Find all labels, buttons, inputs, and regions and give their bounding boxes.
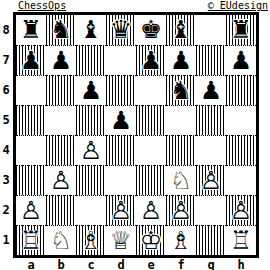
white-pawn-piece[interactable]: ♟♙ [166,196,196,226]
square-h8[interactable]: ♜ [226,15,256,45]
square-f8[interactable]: ♝ [166,15,196,45]
square-a1[interactable]: ♜♖ [16,225,46,255]
file-label-g: g [196,258,226,270]
square-d5[interactable]: ♟ [106,105,136,135]
square-a3[interactable] [16,165,46,195]
black-pawn-piece[interactable]: ♟ [166,46,196,76]
black-pawn-piece[interactable]: ♟ [76,76,106,106]
square-c7[interactable] [76,45,106,75]
white-rook-piece[interactable]: ♜♖ [226,226,256,256]
piece-outline: ♙ [166,196,196,226]
square-h1[interactable]: ♜♖ [226,225,256,255]
piece-outline: ♙ [76,136,106,166]
black-pawn-piece[interactable]: ♟ [106,106,136,136]
black-bishop-piece[interactable]: ♝ [76,15,106,45]
chess-board: ♜♞♝♛♚♝♜♟♟♟♟♟♟♞♟♟♟♙♟♙♞♘♟♙♟♙♟♙♟♙♟♙♟♙♜♖♞♘♝♗… [16,15,256,255]
file-label-c: c [76,258,106,270]
square-g5[interactable] [196,105,226,135]
square-h4[interactable] [226,135,256,165]
black-king-piece[interactable]: ♚ [136,15,166,45]
piece-outline: ♙ [226,196,256,226]
black-pawn-piece[interactable]: ♟ [16,46,46,76]
white-pawn-piece[interactable]: ♟♙ [16,196,46,226]
file-label-b: b [46,258,76,270]
black-bishop-piece[interactable]: ♝ [166,15,196,45]
white-pawn-piece[interactable]: ♟♙ [196,166,226,196]
square-h5[interactable] [226,105,256,135]
piece-outline: ♗ [76,226,106,256]
piece-outline: ♙ [46,166,76,196]
square-d4[interactable] [106,135,136,165]
black-queen-piece[interactable]: ♛ [106,15,136,45]
file-label-e: e [136,258,166,270]
square-f6[interactable]: ♞ [166,75,196,105]
piece-outline: ♙ [196,166,226,196]
square-e6[interactable] [136,75,166,105]
square-g2[interactable] [196,195,226,225]
square-d7[interactable] [106,45,136,75]
white-knight-piece[interactable]: ♞♘ [166,166,196,196]
piece-outline: ♘ [166,166,196,196]
rank-label-5: 5 [0,105,12,135]
white-bishop-piece[interactable]: ♝♗ [166,226,196,256]
square-d6[interactable] [106,75,136,105]
white-pawn-piece[interactable]: ♟♙ [226,196,256,226]
square-c4[interactable]: ♟♙ [76,135,106,165]
credit-link[interactable]: © EUdesign [208,0,268,12]
square-e7[interactable]: ♟ [136,45,166,75]
square-h7[interactable]: ♟ [226,45,256,75]
square-h2[interactable]: ♟♙ [226,195,256,225]
square-e1[interactable]: ♚♔ [136,225,166,255]
rank-label-3: 3 [0,165,12,195]
square-a4[interactable] [16,135,46,165]
square-a5[interactable] [16,105,46,135]
rank-label-6: 6 [0,75,12,105]
rank-label-4: 4 [0,135,12,165]
black-rook-piece[interactable]: ♜ [226,15,256,45]
square-f4[interactable] [166,135,196,165]
piece-outline: ♙ [16,196,46,226]
square-b1[interactable]: ♞♘ [46,225,76,255]
black-pawn-piece[interactable]: ♟ [226,46,256,76]
square-g4[interactable] [196,135,226,165]
square-f5[interactable] [166,105,196,135]
square-e2[interactable]: ♟♙ [136,195,166,225]
rank-label-7: 7 [0,45,12,75]
black-rook-piece[interactable]: ♜ [16,15,46,45]
square-f3[interactable]: ♞♘ [166,165,196,195]
square-b5[interactable] [46,105,76,135]
rank-label-8: 8 [0,15,12,45]
square-c8[interactable]: ♝ [76,15,106,45]
square-f1[interactable]: ♝♗ [166,225,196,255]
white-bishop-piece[interactable]: ♝♗ [76,226,106,256]
app-title-link[interactable]: ChessOps [18,0,66,12]
black-pawn-piece[interactable]: ♟ [136,46,166,76]
square-g6[interactable]: ♟ [196,75,226,105]
piece-outline: ♔ [136,226,166,256]
square-b2[interactable] [46,195,76,225]
square-b4[interactable] [46,135,76,165]
white-pawn-piece[interactable]: ♟♙ [136,196,166,226]
black-knight-piece[interactable]: ♞ [166,76,196,106]
black-pawn-piece[interactable]: ♟ [196,76,226,106]
square-e4[interactable] [136,135,166,165]
white-pawn-piece[interactable]: ♟♙ [106,196,136,226]
square-c6[interactable]: ♟ [76,75,106,105]
file-label-a: a [16,258,46,270]
white-king-piece[interactable]: ♚♔ [136,226,166,256]
square-a2[interactable]: ♟♙ [16,195,46,225]
square-f2[interactable]: ♟♙ [166,195,196,225]
square-d3[interactable] [106,165,136,195]
white-knight-piece[interactable]: ♞♘ [46,226,76,256]
chess-board-frame: ♜♞♝♛♚♝♜♟♟♟♟♟♟♞♟♟♟♙♟♙♞♘♟♙♟♙♟♙♟♙♟♙♟♙♜♖♞♘♝♗… [13,12,259,258]
file-label-f: f [166,258,196,270]
square-g3[interactable]: ♟♙ [196,165,226,195]
piece-outline: ♖ [226,226,256,256]
square-b8[interactable]: ♞ [46,15,76,45]
rank-label-1: 1 [0,225,12,255]
file-label-d: d [106,258,136,270]
piece-outline: ♖ [16,226,46,256]
file-label-h: h [226,258,256,270]
square-g7[interactable] [196,45,226,75]
white-queen-piece[interactable]: ♛♕ [106,226,136,256]
square-g8[interactable] [196,15,226,45]
square-a7[interactable]: ♟ [16,45,46,75]
black-pawn-piece[interactable]: ♟ [46,46,76,76]
piece-outline: ♗ [166,226,196,256]
square-h6[interactable] [226,75,256,105]
square-b6[interactable] [46,75,76,105]
rank-labels: 8 7 6 5 4 3 2 1 [0,15,13,255]
white-rook-piece[interactable]: ♜♖ [16,226,46,256]
piece-outline: ♙ [106,196,136,226]
square-c5[interactable] [76,105,106,135]
white-pawn-piece[interactable]: ♟♙ [76,136,106,166]
square-h3[interactable] [226,165,256,195]
square-e5[interactable] [136,105,166,135]
black-knight-piece[interactable]: ♞ [46,15,76,45]
square-a8[interactable]: ♜ [16,15,46,45]
square-d8[interactable]: ♛ [106,15,136,45]
square-c1[interactable]: ♝♗ [76,225,106,255]
square-c3[interactable] [76,165,106,195]
square-e8[interactable]: ♚ [136,15,166,45]
square-a6[interactable] [16,75,46,105]
white-pawn-piece[interactable]: ♟♙ [46,166,76,196]
piece-outline: ♘ [46,226,76,256]
square-e3[interactable] [136,165,166,195]
square-c2[interactable] [76,195,106,225]
square-b3[interactable]: ♟♙ [46,165,76,195]
file-labels: a b c d e f g h [16,258,256,270]
square-g1[interactable] [196,225,226,255]
square-d2[interactable]: ♟♙ [106,195,136,225]
piece-outline: ♕ [106,226,136,256]
rank-label-2: 2 [0,195,12,225]
square-d1[interactable]: ♛♕ [106,225,136,255]
square-b7[interactable]: ♟ [46,45,76,75]
square-f7[interactable]: ♟ [166,45,196,75]
piece-outline: ♙ [136,196,166,226]
